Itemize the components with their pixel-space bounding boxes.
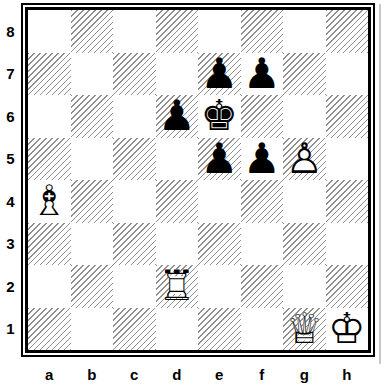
white-rook[interactable]: ♜♖ [156,265,199,308]
file-label-e: e [198,364,241,385]
square-g3[interactable] [283,223,326,266]
square-h8[interactable] [326,10,369,53]
square-h3[interactable] [326,223,369,266]
square-g4[interactable] [283,180,326,223]
square-e2[interactable] [198,265,241,308]
file-label-a: a [28,364,71,385]
square-h6[interactable] [326,95,369,138]
white-bishop-glyph: ♗ [30,180,68,222]
square-e5[interactable]: ♟ [198,138,241,181]
square-c8[interactable] [113,10,156,53]
file-labels: abcdefgh [28,364,368,385]
square-d8[interactable] [156,10,199,53]
square-g8[interactable] [283,10,326,53]
rank-label-4: 4 [0,180,21,223]
square-c3[interactable] [113,223,156,266]
square-c2[interactable] [113,265,156,308]
board-border-outer: ♟♟♟♚♟♟♟♙♝♗♜♖♛♕♚♔ [21,3,375,357]
rank-label-5: 5 [0,138,21,181]
square-f3[interactable] [241,223,284,266]
square-a1[interactable] [28,308,71,351]
rank-label-2: 2 [0,265,21,308]
square-b5[interactable] [71,138,114,181]
square-d1[interactable] [156,308,199,351]
rank-label-3: 3 [0,223,21,266]
square-a5[interactable] [28,138,71,181]
white-rook-glyph: ♖ [158,265,196,307]
white-pawn[interactable]: ♟♙ [283,138,326,181]
square-d6[interactable]: ♟ [156,95,199,138]
rank-label-7: 7 [0,53,21,96]
square-d3[interactable] [156,223,199,266]
square-e6[interactable]: ♚ [198,95,241,138]
rank-label-8: 8 [0,10,21,53]
square-d5[interactable] [156,138,199,181]
square-e8[interactable] [198,10,241,53]
square-a3[interactable] [28,223,71,266]
black-king[interactable]: ♚ [198,95,241,138]
square-f8[interactable] [241,10,284,53]
black-king-glyph: ♚ [200,95,238,137]
chess-board-diagram: 87654321 ♟♟♟♚♟♟♟♙♝♗♜♖♛♕♚♔ abcdefgh [0,0,385,389]
square-b1[interactable] [71,308,114,351]
file-label-b: b [71,364,114,385]
square-b7[interactable] [71,53,114,96]
rank-label-1: 1 [0,308,21,351]
square-h2[interactable] [326,265,369,308]
square-d2[interactable]: ♜♖ [156,265,199,308]
square-g5[interactable]: ♟♙ [283,138,326,181]
white-king[interactable]: ♚♔ [326,308,369,351]
file-label-d: d [156,364,199,385]
white-king-glyph: ♔ [328,308,366,350]
file-label-h: h [326,364,369,385]
white-bishop[interactable]: ♝♗ [28,180,71,223]
file-label-c: c [113,364,156,385]
black-pawn-glyph: ♟ [200,138,238,180]
chess-board: ♟♟♟♚♟♟♟♙♝♗♜♖♛♕♚♔ [28,10,368,350]
square-h5[interactable] [326,138,369,181]
black-pawn[interactable]: ♟ [156,95,199,138]
white-pawn-glyph: ♙ [285,138,323,180]
square-a8[interactable] [28,10,71,53]
square-b3[interactable] [71,223,114,266]
black-pawn[interactable]: ♟ [198,138,241,181]
board-border-inner: ♟♟♟♚♟♟♟♙♝♗♜♖♛♕♚♔ [25,7,371,353]
black-pawn[interactable]: ♟ [241,138,284,181]
square-d7[interactable] [156,53,199,96]
square-d4[interactable] [156,180,199,223]
rank-labels: 87654321 [0,10,21,350]
black-pawn[interactable]: ♟ [198,53,241,96]
square-c7[interactable] [113,53,156,96]
square-a7[interactable] [28,53,71,96]
board-edge-shadow [379,4,381,364]
square-a4[interactable]: ♝♗ [28,180,71,223]
square-e7[interactable]: ♟ [198,53,241,96]
black-pawn[interactable]: ♟ [241,53,284,96]
black-pawn-glyph: ♟ [200,53,238,95]
square-g6[interactable] [283,95,326,138]
square-e4[interactable] [198,180,241,223]
file-label-g: g [283,364,326,385]
square-g2[interactable] [283,265,326,308]
square-a6[interactable] [28,95,71,138]
file-label-f: f [241,364,284,385]
black-pawn-glyph: ♟ [158,95,196,137]
white-queen[interactable]: ♛♕ [283,308,326,351]
square-h7[interactable] [326,53,369,96]
square-c6[interactable] [113,95,156,138]
square-a2[interactable] [28,265,71,308]
square-f4[interactable] [241,180,284,223]
square-b6[interactable] [71,95,114,138]
square-e3[interactable] [198,223,241,266]
square-g1[interactable]: ♛♕ [283,308,326,351]
square-b4[interactable] [71,180,114,223]
square-g7[interactable] [283,53,326,96]
black-pawn-glyph: ♟ [243,53,281,95]
square-f5[interactable]: ♟ [241,138,284,181]
white-queen-glyph: ♕ [285,308,323,350]
rank-label-6: 6 [0,95,21,138]
square-c1[interactable] [113,308,156,351]
square-f6[interactable] [241,95,284,138]
square-c5[interactable] [113,138,156,181]
square-e1[interactable] [198,308,241,351]
square-h4[interactable] [326,180,369,223]
square-f7[interactable]: ♟ [241,53,284,96]
square-f2[interactable] [241,265,284,308]
square-c4[interactable] [113,180,156,223]
square-b8[interactable] [71,10,114,53]
square-f1[interactable] [241,308,284,351]
square-h1[interactable]: ♚♔ [326,308,369,351]
black-pawn-glyph: ♟ [243,138,281,180]
square-b2[interactable] [71,265,114,308]
